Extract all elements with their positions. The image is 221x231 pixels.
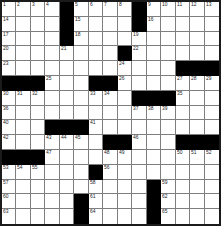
cell-r11c3 — [31, 150, 45, 165]
clue-number: 10 — [162, 2, 168, 7]
cell-r5c11[interactable] — [147, 61, 161, 76]
cell-r6c7 — [89, 76, 103, 91]
cell-r11c10[interactable] — [132, 150, 146, 165]
clue-number: 36 — [3, 106, 9, 111]
cell-r11c15[interactable]: 52 — [205, 150, 219, 165]
cell-r14c6 — [74, 194, 88, 209]
clue-number: 59 — [162, 180, 168, 185]
cell-r1c13[interactable]: 11 — [176, 2, 190, 17]
cell-r8c11[interactable]: 38 — [147, 106, 161, 121]
cell-r3c13[interactable] — [176, 32, 190, 47]
cell-r4c11[interactable] — [147, 46, 161, 61]
cell-r12c13[interactable] — [176, 165, 190, 180]
clue-number: 39 — [162, 106, 168, 111]
cell-r14c15[interactable] — [205, 194, 219, 209]
cell-r9c5 — [60, 120, 74, 135]
cell-r12c9[interactable] — [118, 165, 132, 180]
cell-r13c1[interactable]: 57 — [2, 180, 16, 195]
cell-r15c3[interactable] — [31, 209, 45, 224]
cell-r13c9[interactable] — [118, 180, 132, 195]
clue-number: 6 — [90, 2, 93, 7]
cell-r3c15[interactable] — [205, 32, 219, 47]
cell-r2c8[interactable] — [103, 17, 117, 32]
cell-r14c7[interactable]: 61 — [89, 194, 103, 209]
clue-number: 58 — [90, 180, 96, 185]
cell-r7c2[interactable]: 31 — [16, 91, 30, 106]
cell-r15c14[interactable] — [190, 209, 204, 224]
cell-r11c6[interactable] — [74, 150, 88, 165]
cell-r14c3[interactable] — [31, 194, 45, 209]
cell-r13c2[interactable] — [16, 180, 30, 195]
clue-number: 37 — [133, 106, 139, 111]
cell-r3c12[interactable] — [161, 32, 175, 47]
cell-r4c12[interactable] — [161, 46, 175, 61]
cell-r11c13[interactable]: 50 — [176, 150, 190, 165]
cell-r12c12[interactable] — [161, 165, 175, 180]
cell-r1c9[interactable]: 8 — [118, 2, 132, 17]
cell-r3c10[interactable]: 19 — [132, 32, 146, 47]
cell-r11c7[interactable] — [89, 150, 103, 165]
clue-number: 18 — [75, 32, 81, 37]
clue-number: 3 — [32, 2, 35, 7]
cell-r11c14[interactable]: 51 — [190, 150, 204, 165]
cell-r12c1[interactable]: 53 — [2, 165, 16, 180]
clue-number: 51 — [191, 150, 197, 155]
cell-r12c5[interactable] — [60, 165, 74, 180]
cell-r5c10[interactable] — [132, 61, 146, 76]
clue-number: 40 — [3, 120, 9, 125]
clue-number: 63 — [3, 209, 9, 214]
clue-number: 45 — [75, 135, 81, 140]
cell-r2c6[interactable]: 15 — [74, 17, 88, 32]
cell-r4c8[interactable] — [103, 46, 117, 61]
cell-r2c4[interactable] — [45, 17, 59, 32]
cell-r6c15[interactable]: 29 — [205, 76, 219, 91]
cell-r3c11[interactable] — [147, 32, 161, 47]
cell-r4c10[interactable]: 22 — [132, 46, 146, 61]
cell-r9c3[interactable] — [31, 120, 45, 135]
cell-r8c7[interactable] — [89, 106, 103, 121]
cell-r6c2 — [16, 76, 30, 91]
cell-r7c12 — [161, 91, 175, 106]
cell-r5c4[interactable] — [45, 61, 59, 76]
cell-r11c8[interactable]: 48 — [103, 150, 117, 165]
cell-r7c11 — [147, 91, 161, 106]
cell-r2c1[interactable]: 14 — [2, 17, 16, 32]
cell-r10c6[interactable]: 45 — [74, 135, 88, 150]
cell-r9c13[interactable] — [176, 120, 190, 135]
cell-r2c3[interactable] — [31, 17, 45, 32]
clue-number: 54 — [17, 165, 23, 170]
cell-r13c8[interactable] — [103, 180, 117, 195]
clue-number: 65 — [162, 209, 168, 214]
cell-r1c10 — [132, 2, 146, 17]
cell-r13c15[interactable] — [205, 180, 219, 195]
cell-r11c9[interactable]: 49 — [118, 150, 132, 165]
clue-number: 19 — [133, 32, 139, 37]
cell-r1c8[interactable]: 7 — [103, 2, 117, 17]
cell-r9c12[interactable] — [161, 120, 175, 135]
cell-r3c1[interactable]: 17 — [2, 32, 16, 47]
clue-number: 26 — [119, 76, 125, 81]
cell-r15c8[interactable] — [103, 209, 117, 224]
cell-r7c5[interactable] — [60, 91, 74, 106]
clue-number: 22 — [133, 46, 139, 51]
clue-number: 7 — [104, 2, 107, 7]
clue-number: 42 — [3, 135, 9, 140]
clue-number: 21 — [61, 46, 67, 51]
cell-r3c8[interactable] — [103, 32, 117, 47]
clue-number: 34 — [104, 91, 110, 96]
cell-r15c7[interactable]: 64 — [89, 209, 103, 224]
clue-number: 38 — [148, 106, 154, 111]
cell-r3c7[interactable] — [89, 32, 103, 47]
cell-r8c14[interactable] — [190, 106, 204, 121]
cell-r3c6[interactable]: 18 — [74, 32, 88, 47]
cell-r2c10 — [132, 17, 146, 32]
cell-r10c12[interactable] — [161, 135, 175, 150]
cell-r12c14[interactable] — [190, 165, 204, 180]
cell-r10c8 — [103, 135, 117, 150]
cell-r7c3[interactable]: 32 — [31, 91, 45, 106]
cell-r13c3[interactable] — [31, 180, 45, 195]
cell-r2c9[interactable] — [118, 17, 132, 32]
clue-number: 44 — [61, 135, 67, 140]
cell-r1c1[interactable]: 1 — [2, 2, 16, 17]
cell-r9c2[interactable] — [16, 120, 30, 135]
cell-r5c1[interactable]: 23 — [2, 61, 16, 76]
cell-r2c5 — [60, 17, 74, 32]
cell-r7c13[interactable]: 35 — [176, 91, 190, 106]
cell-r10c9 — [118, 135, 132, 150]
clue-number: 61 — [90, 194, 96, 199]
cell-r14c5[interactable] — [60, 194, 74, 209]
cell-r7c15[interactable] — [205, 91, 219, 106]
cell-r10c5[interactable]: 44 — [60, 135, 74, 150]
cell-r8c4[interactable] — [45, 106, 59, 121]
clue-number: 33 — [90, 91, 96, 96]
cell-r4c14[interactable] — [190, 46, 204, 61]
clue-number: 52 — [206, 150, 212, 155]
cell-r9c9[interactable] — [118, 120, 132, 135]
cell-r14c9[interactable] — [118, 194, 132, 209]
cell-r3c14[interactable] — [190, 32, 204, 47]
clue-number: 2 — [17, 2, 20, 7]
cell-r2c12[interactable] — [161, 17, 175, 32]
cell-r10c14 — [190, 135, 204, 150]
cell-r15c10[interactable] — [132, 209, 146, 224]
cell-r8c5[interactable] — [60, 106, 74, 121]
cell-r12c2[interactable]: 54 — [16, 165, 30, 180]
cell-r4c7[interactable] — [89, 46, 103, 61]
cell-r14c11 — [147, 194, 161, 209]
cell-r5c15 — [205, 61, 219, 76]
cell-r9c7[interactable]: 41 — [89, 120, 103, 135]
cell-r1c2[interactable]: 2 — [16, 2, 30, 17]
cell-r12c11[interactable] — [147, 165, 161, 180]
cell-r14c8[interactable] — [103, 194, 117, 209]
cell-r4c2[interactable] — [16, 46, 30, 61]
cell-r15c9[interactable] — [118, 209, 132, 224]
cell-r6c9[interactable]: 26 — [118, 76, 132, 91]
clue-number: 23 — [3, 61, 9, 66]
cell-r13c6[interactable] — [74, 180, 88, 195]
clue-number: 5 — [75, 2, 78, 7]
cell-r1c4[interactable]: 4 — [45, 2, 59, 17]
cell-r6c5[interactable] — [60, 76, 74, 91]
cell-r9c1[interactable]: 40 — [2, 120, 16, 135]
cell-r3c5 — [60, 32, 74, 47]
clue-number: 46 — [133, 135, 139, 140]
cell-r6c1 — [2, 76, 16, 91]
cell-r7c9[interactable] — [118, 91, 132, 106]
cell-r10c10[interactable]: 46 — [132, 135, 146, 150]
clue-number: 50 — [177, 150, 183, 155]
cell-r1c5 — [60, 2, 74, 17]
cell-r4c4[interactable] — [45, 46, 59, 61]
crossword-grid: 1234567891011121314151617181920212223242… — [0, 0, 221, 226]
cell-r9c10[interactable] — [132, 120, 146, 135]
clue-number: 29 — [206, 76, 212, 81]
cell-r6c6[interactable] — [74, 76, 88, 91]
cell-r5c7[interactable] — [89, 61, 103, 76]
cell-r3c3[interactable] — [31, 32, 45, 47]
cell-r1c7[interactable]: 6 — [89, 2, 103, 17]
cell-r5c3[interactable] — [31, 61, 45, 76]
cell-r7c6[interactable] — [74, 91, 88, 106]
cell-r10c15 — [205, 135, 219, 150]
cell-r12c6[interactable] — [74, 165, 88, 180]
cell-r4c15[interactable] — [205, 46, 219, 61]
cell-r13c5[interactable] — [60, 180, 74, 195]
cell-r1c6[interactable]: 5 — [74, 2, 88, 17]
cell-r8c6[interactable] — [74, 106, 88, 121]
cell-r6c10[interactable] — [132, 76, 146, 91]
cell-r2c14[interactable] — [190, 17, 204, 32]
cell-r9c4 — [45, 120, 59, 135]
cell-r3c2[interactable] — [16, 32, 30, 47]
clue-number: 11 — [177, 2, 182, 7]
cell-r11c5[interactable] — [60, 150, 74, 165]
cell-r7c1[interactable]: 30 — [2, 91, 16, 106]
cell-r8c13[interactable] — [176, 106, 190, 121]
clue-number: 60 — [3, 194, 9, 199]
cell-r4c5[interactable]: 21 — [60, 46, 74, 61]
cell-r8c3[interactable] — [31, 106, 45, 121]
cell-r15c2[interactable] — [16, 209, 30, 224]
cell-r7c7[interactable]: 33 — [89, 91, 103, 106]
cell-r1c14[interactable]: 12 — [190, 2, 204, 17]
clue-number: 57 — [3, 180, 9, 185]
clue-number: 9 — [148, 2, 151, 7]
cell-r14c14[interactable] — [190, 194, 204, 209]
cell-r15c15[interactable] — [205, 209, 219, 224]
clue-number: 30 — [3, 91, 9, 96]
clue-number: 64 — [90, 209, 96, 214]
cell-r5c14 — [190, 61, 204, 76]
clue-number: 4 — [46, 2, 49, 7]
clue-number: 16 — [148, 17, 154, 22]
cell-r4c3[interactable] — [31, 46, 45, 61]
cell-r11c1 — [2, 150, 16, 165]
cell-r13c14[interactable] — [190, 180, 204, 195]
cell-r10c3[interactable] — [31, 135, 45, 150]
clue-number: 17 — [3, 32, 9, 37]
cell-r1c11[interactable]: 9 — [147, 2, 161, 17]
cell-r3c4[interactable] — [45, 32, 59, 47]
clue-number: 49 — [119, 150, 125, 155]
cell-r3c9[interactable] — [118, 32, 132, 47]
cell-r9c15[interactable] — [205, 120, 219, 135]
cell-r6c3 — [31, 76, 45, 91]
cell-r10c11[interactable] — [147, 135, 161, 150]
cell-r1c12[interactable]: 10 — [161, 2, 175, 17]
clue-number: 8 — [119, 2, 122, 7]
clue-number: 27 — [177, 76, 183, 81]
clue-number: 24 — [119, 61, 125, 66]
cell-r14c12[interactable]: 62 — [161, 194, 175, 209]
cell-r10c1[interactable]: 42 — [2, 135, 16, 150]
cell-r12c3[interactable]: 55 — [31, 165, 45, 180]
cell-r14c13[interactable] — [176, 194, 190, 209]
cell-r1c15[interactable]: 13 — [205, 2, 219, 17]
cell-r6c14[interactable]: 28 — [190, 76, 204, 91]
cell-r8c8[interactable] — [103, 106, 117, 121]
cell-r5c12[interactable] — [161, 61, 175, 76]
clue-number: 28 — [191, 76, 197, 81]
clue-number: 53 — [3, 165, 9, 170]
cell-r5c5[interactable] — [60, 61, 74, 76]
cell-r7c4[interactable] — [45, 91, 59, 106]
cell-r10c4[interactable]: 43 — [45, 135, 59, 150]
cell-r13c4[interactable] — [45, 180, 59, 195]
cell-r15c4[interactable] — [45, 209, 59, 224]
cell-r5c9[interactable]: 24 — [118, 61, 132, 76]
cell-r14c10[interactable] — [132, 194, 146, 209]
cell-r5c6[interactable] — [74, 61, 88, 76]
cell-r8c15[interactable] — [205, 106, 219, 121]
clue-number: 47 — [46, 150, 52, 155]
cell-r15c13[interactable] — [176, 209, 190, 224]
cell-r13c13[interactable] — [176, 180, 190, 195]
clue-number: 43 — [46, 135, 52, 140]
clue-number: 48 — [104, 150, 110, 155]
cell-r11c11[interactable] — [147, 150, 161, 165]
cell-r2c13[interactable] — [176, 17, 190, 32]
cell-r6c8 — [103, 76, 117, 91]
cell-r14c4[interactable] — [45, 194, 59, 209]
cell-r11c12[interactable] — [161, 150, 175, 165]
clue-number: 35 — [177, 91, 183, 96]
cell-r12c15[interactable] — [205, 165, 219, 180]
cell-r13c10[interactable] — [132, 180, 146, 195]
cell-r15c12[interactable]: 65 — [161, 209, 175, 224]
cell-r10c7[interactable] — [89, 135, 103, 150]
cell-r15c11 — [147, 209, 161, 224]
cell-r12c7 — [89, 165, 103, 180]
cell-r11c2 — [16, 150, 30, 165]
cell-r7c14[interactable] — [190, 91, 204, 106]
cell-r13c12[interactable]: 59 — [161, 180, 175, 195]
cell-r8c9[interactable] — [118, 106, 132, 121]
clue-number: 1 — [3, 2, 6, 7]
clue-number: 25 — [46, 76, 52, 81]
cell-r14c2[interactable] — [16, 194, 30, 209]
cell-r7c10 — [132, 91, 146, 106]
clue-number: 15 — [75, 17, 81, 22]
cell-r15c5[interactable] — [60, 209, 74, 224]
cell-r1c3[interactable]: 3 — [31, 2, 45, 17]
clue-number: 12 — [191, 2, 197, 7]
cell-r12c8[interactable]: 56 — [103, 165, 117, 180]
cell-r12c4[interactable] — [45, 165, 59, 180]
clue-number: 20 — [3, 46, 9, 51]
clue-number: 56 — [104, 165, 110, 170]
cell-r2c2[interactable] — [16, 17, 30, 32]
cell-r2c11[interactable]: 16 — [147, 17, 161, 32]
cell-r8c10[interactable]: 37 — [132, 106, 146, 121]
crossword-page: 1234567891011121314151617181920212223242… — [0, 0, 221, 231]
cell-r9c8[interactable] — [103, 120, 117, 135]
clue-number: 41 — [90, 120, 96, 125]
cell-r9c11[interactable] — [147, 120, 161, 135]
cell-r6c11[interactable] — [147, 76, 161, 91]
clue-number: 31 — [17, 91, 23, 96]
cell-r13c7[interactable]: 58 — [89, 180, 103, 195]
cell-r6c13[interactable]: 27 — [176, 76, 190, 91]
cell-r10c13 — [176, 135, 190, 150]
cell-r14c1[interactable]: 60 — [2, 194, 16, 209]
cell-r2c15[interactable] — [205, 17, 219, 32]
cell-r2c7[interactable] — [89, 17, 103, 32]
cell-r4c6[interactable] — [74, 46, 88, 61]
clue-number: 32 — [32, 91, 38, 96]
cell-r5c8[interactable] — [103, 61, 117, 76]
cell-r15c1[interactable]: 63 — [2, 209, 16, 224]
cell-r8c1[interactable]: 36 — [2, 106, 16, 121]
cell-r8c2[interactable] — [16, 106, 30, 121]
cell-r6c12[interactable] — [161, 76, 175, 91]
clue-number: 55 — [32, 165, 38, 170]
cell-r4c9 — [118, 46, 132, 61]
cell-r6c4[interactable]: 25 — [45, 76, 59, 91]
cell-r4c13[interactable] — [176, 46, 190, 61]
cell-r7c8[interactable]: 34 — [103, 91, 117, 106]
clue-number: 14 — [3, 17, 9, 22]
cell-r13c11 — [147, 180, 161, 195]
cell-r12c10[interactable] — [132, 165, 146, 180]
cell-r11c4[interactable]: 47 — [45, 150, 59, 165]
cell-r4c1[interactable]: 20 — [2, 46, 16, 61]
clue-number: 13 — [206, 2, 212, 7]
cell-r9c14[interactable] — [190, 120, 204, 135]
cell-r15c6 — [74, 209, 88, 224]
cell-r10c2[interactable] — [16, 135, 30, 150]
cell-r9c6 — [74, 120, 88, 135]
cell-r5c13 — [176, 61, 190, 76]
cell-r5c2[interactable] — [16, 61, 30, 76]
cell-r8c12[interactable]: 39 — [161, 106, 175, 121]
clue-number: 62 — [162, 194, 168, 199]
